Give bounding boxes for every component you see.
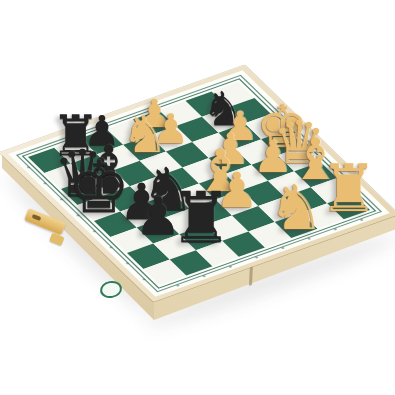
piece-white-knight-a3[interactable]: ♞ bbox=[268, 177, 324, 239]
pieces-layer: ♚♛♝♝♞♞♜♟♟♟♟♟♟♚♛♝♞♞♜♜♟♟♟ bbox=[0, 0, 395, 395]
latch-nub bbox=[49, 233, 64, 246]
piece-white-rook-a1[interactable]: ♜ bbox=[319, 156, 377, 221]
product-photo-scene: ♚♛♝♝♞♞♜♟♟♟♟♟♟♚♛♝♞♞♜♜♟♟♟ bbox=[0, 0, 395, 395]
piece-black-rook-b6[interactable]: ♜ bbox=[170, 183, 233, 253]
